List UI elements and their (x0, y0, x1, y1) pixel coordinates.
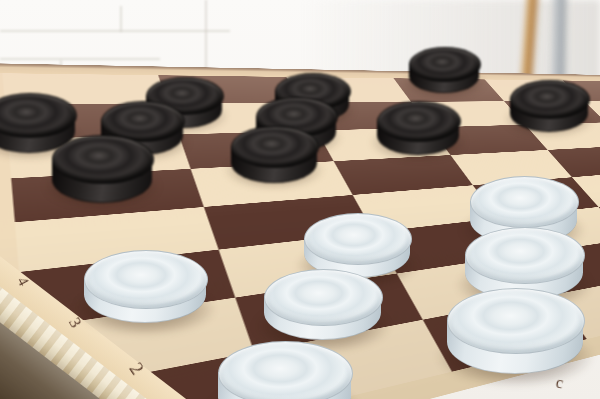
piece-top-face: ⛂ (510, 80, 590, 119)
piece-top-face: ⛀ (218, 341, 353, 399)
checker-piece-black: ⛂ (52, 135, 152, 206)
piece-top-face: ⛂ (377, 101, 461, 142)
checker-piece-white: ⛀ (447, 288, 583, 378)
brick-mortar-line (0, 58, 160, 60)
piece-top-face: ⛀ (447, 288, 585, 354)
piece-top-face: ⛀ (264, 269, 383, 326)
checkers-photo-scene: ⛂⛂⛂⛂⛂⛂⛂⛂⛂⛂⛀⛀⛀⛀⛀⛀⛀ 432c (0, 0, 600, 399)
checker-piece-black: ⛂ (409, 47, 479, 95)
gray-pole (548, 0, 570, 84)
checker-piece-white: ⛀ (218, 341, 351, 399)
brick-mortar-line (120, 6, 122, 32)
checker-piece-white: ⛀ (264, 269, 381, 344)
piece-top-face: ⛀ (84, 250, 208, 309)
checker-piece-black: ⛂ (510, 80, 588, 134)
piece-top-face: ⛂ (52, 135, 154, 184)
piece-top-face: ⛀ (470, 176, 579, 228)
brick-mortar-line (0, 30, 230, 32)
checker-piece-white: ⛀ (84, 250, 206, 327)
piece-top-face: ⛀ (304, 213, 412, 265)
checker-piece-black: ⛂ (377, 101, 459, 158)
piece-top-face: ⛂ (231, 126, 319, 168)
piece-top-face: ⛀ (465, 227, 585, 284)
checker-piece-black: ⛂ (231, 126, 317, 185)
piece-top-face: ⛂ (409, 47, 481, 82)
